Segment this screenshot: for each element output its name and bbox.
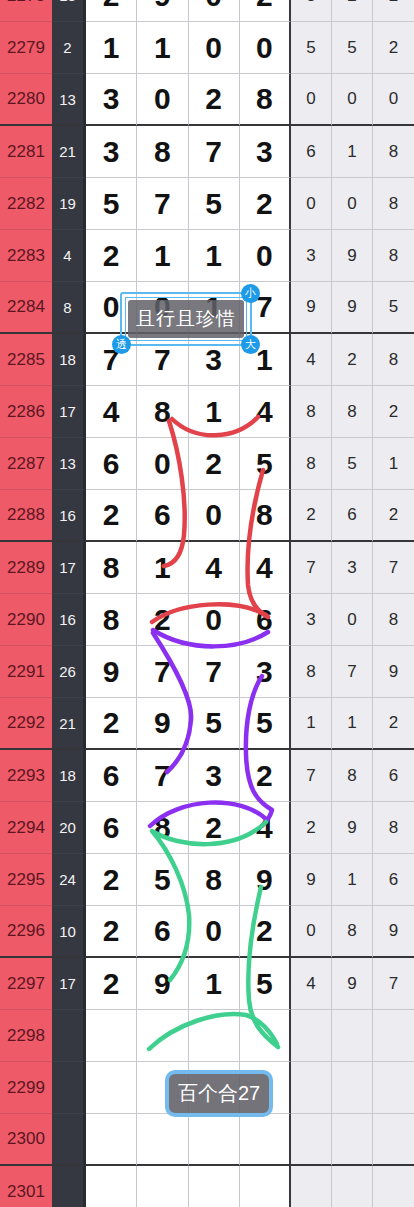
drawn-digit-cell: 3 [86, 126, 137, 178]
reference-digit-cell: 8 [332, 386, 373, 438]
row-2297: 2297172915497 [0, 958, 414, 1010]
reference-digit-cell: 2 [291, 802, 332, 854]
drawn-digit-cell [240, 1114, 291, 1166]
reference-digit-cell: 2 [291, 490, 332, 542]
drawn-digit-cell: 4 [240, 802, 291, 854]
drawn-digit-cell [189, 1010, 240, 1062]
reference-digit-cell [373, 1010, 414, 1062]
row-2283: 228342110398 [0, 230, 414, 282]
reference-digit-cell: 5 [291, 0, 332, 22]
issue-cell: 2296 [0, 906, 52, 958]
drawn-digit-cell: 3 [86, 74, 137, 126]
row-2279: 227921100552 [0, 22, 414, 74]
shrink-handle[interactable]: 小 [241, 284, 260, 303]
issue-cell: 2279 [0, 22, 52, 74]
drawn-digit-cell: 0 [240, 22, 291, 74]
sum-cell: 18 [52, 750, 86, 802]
reference-digit-cell: 4 [291, 958, 332, 1010]
sum-cell: 17 [52, 542, 86, 594]
drawn-digit-cell: 3 [189, 750, 240, 802]
row-2281: 2281213873618 [0, 126, 414, 178]
reference-digit-cell: 8 [291, 438, 332, 490]
drawn-digit-cell: 2 [240, 0, 291, 22]
reference-digit-cell: 2 [373, 0, 414, 22]
reference-digit-cell: 0 [332, 178, 373, 230]
drawn-digit-cell: 2 [240, 906, 291, 958]
row-2293: 2293186732786 [0, 750, 414, 802]
drawn-digit-cell: 6 [86, 438, 137, 490]
row-2294: 2294206824298 [0, 802, 414, 854]
sum-cell: 2 [52, 22, 86, 74]
drawn-digit-cell: 8 [240, 74, 291, 126]
reference-digit-cell: 8 [373, 230, 414, 282]
drawn-digit-cell: 1 [189, 230, 240, 282]
drawn-digit-cell: 2 [86, 0, 137, 22]
drawn-digit-cell: 0 [189, 490, 240, 542]
row-2298: 2298 [0, 1010, 414, 1062]
reference-digit-cell: 2 [373, 490, 414, 542]
reference-digit-cell: 9 [373, 906, 414, 958]
row-2296: 2296102602089 [0, 906, 414, 958]
drawn-digit-cell: 2 [240, 178, 291, 230]
issue-cell: 2285 [0, 334, 52, 386]
sum-cell: 13 [52, 74, 86, 126]
reference-digit-cell: 4 [291, 334, 332, 386]
drawn-digit-cell: 7 [189, 126, 240, 178]
issue-cell: 2294 [0, 802, 52, 854]
drawn-digit-cell: 9 [240, 854, 291, 906]
sum-cell: 4 [52, 230, 86, 282]
reference-digit-cell: 1 [332, 854, 373, 906]
reference-digit-cell [332, 1166, 373, 1207]
reference-digit-cell: 1 [373, 438, 414, 490]
issue-cell: 2292 [0, 698, 52, 750]
drawn-digit-cell: 0 [240, 230, 291, 282]
drawn-digit-cell: 5 [86, 178, 137, 230]
drawn-digit-cell: 3 [240, 126, 291, 178]
reference-digit-cell: 8 [332, 750, 373, 802]
reference-digit-cell [373, 1114, 414, 1166]
reference-digit-cell: 9 [332, 802, 373, 854]
row-2288: 2288162608262 [0, 490, 414, 542]
row-2282: 2282195752008 [0, 178, 414, 230]
drawn-digit-cell: 1 [137, 230, 188, 282]
reference-digit-cell: 5 [373, 282, 414, 334]
annotation-label-selected[interactable]: 且行且珍惜 小 透 大 [120, 292, 252, 346]
issue-cell: 2300 [0, 1114, 52, 1166]
row-2286: 2286174814882 [0, 386, 414, 438]
sum-cell: 10 [52, 906, 86, 958]
drawn-digit-cell [137, 1114, 188, 1166]
issue-cell: 2291 [0, 646, 52, 698]
reference-digit-cell: 0 [291, 178, 332, 230]
annotation-label-2[interactable]: 百个合27 [165, 1070, 273, 1117]
reference-digit-cell: 6 [373, 854, 414, 906]
sum-cell [52, 1114, 86, 1166]
drawn-digit-cell: 2 [86, 698, 137, 750]
reference-digit-cell [291, 1062, 332, 1114]
sum-cell: 8 [52, 282, 86, 334]
reference-digit-cell: 0 [332, 594, 373, 646]
drawn-digit-cell: 9 [137, 0, 188, 22]
issue-cell: 2297 [0, 958, 52, 1010]
drawn-digit-cell: 2 [86, 958, 137, 1010]
reference-digit-cell: 7 [332, 646, 373, 698]
drawn-digit-cell: 2 [240, 750, 291, 802]
issue-cell: 2278 [0, 0, 52, 22]
reference-digit-cell: 7 [291, 542, 332, 594]
reference-digit-cell: 9 [332, 230, 373, 282]
sum-cell: 20 [52, 802, 86, 854]
sum-cell [52, 1166, 86, 1207]
drawn-digit-cell: 0 [189, 22, 240, 74]
issue-cell: 2288 [0, 490, 52, 542]
row-2287: 2287136025851 [0, 438, 414, 490]
reference-digit-cell: 2 [373, 386, 414, 438]
issue-cell: 2290 [0, 594, 52, 646]
reference-digit-cell [373, 1062, 414, 1114]
reference-digit-cell: 2 [332, 334, 373, 386]
row-2300: 2300 [0, 1114, 414, 1166]
reference-digit-cell: 2 [373, 22, 414, 74]
drawn-digit-cell: 6 [137, 906, 188, 958]
reference-digit-cell: 9 [373, 646, 414, 698]
drawn-digit-cell: 8 [86, 542, 137, 594]
sum-cell: 13 [52, 438, 86, 490]
drawn-digit-cell [137, 1010, 188, 1062]
reference-digit-cell: 6 [332, 490, 373, 542]
reference-digit-cell [332, 1062, 373, 1114]
sum-cell: 17 [52, 958, 86, 1010]
transparency-handle[interactable]: 透 [112, 335, 131, 354]
drawn-digit-cell: 9 [137, 698, 188, 750]
drawn-digit-cell [240, 1010, 291, 1062]
drawn-digit-cell: 7 [189, 646, 240, 698]
reference-digit-cell: 0 [291, 74, 332, 126]
drawn-digit-cell: 0 [189, 906, 240, 958]
issue-cell: 2298 [0, 1010, 52, 1062]
drawn-digit-cell [189, 1166, 240, 1207]
issue-cell: 2281 [0, 126, 52, 178]
reference-digit-cell: 9 [332, 282, 373, 334]
reference-digit-cell [291, 1114, 332, 1166]
sum-cell: 19 [52, 178, 86, 230]
drawn-digit-cell: 9 [137, 958, 188, 1010]
drawn-digit-cell: 1 [189, 958, 240, 1010]
drawn-digit-cell [86, 1114, 137, 1166]
issue-cell: 2299 [0, 1062, 52, 1114]
drawn-digit-cell [240, 1166, 291, 1207]
issue-cell: 2293 [0, 750, 52, 802]
reference-digit-cell: 8 [332, 906, 373, 958]
drawn-digit-cell [86, 1010, 137, 1062]
reference-digit-cell: 5 [332, 438, 373, 490]
issue-cell: 2283 [0, 230, 52, 282]
drawn-digit-cell: 0 [189, 594, 240, 646]
reference-digit-cell: 7 [291, 750, 332, 802]
drawn-digit-cell: 4 [86, 386, 137, 438]
reference-digit-cell: 2 [373, 698, 414, 750]
reference-digit-cell: 8 [373, 594, 414, 646]
reference-digit-cell: 2 [332, 0, 373, 22]
lottery-trend-chart: 2278132902522227921100552228013302800022… [0, 0, 414, 1207]
reference-digit-cell [291, 1166, 332, 1207]
drawn-digit-cell: 4 [189, 542, 240, 594]
row-2292: 2292212955112 [0, 698, 414, 750]
drawn-digit-cell: 2 [86, 906, 137, 958]
issue-cell: 2282 [0, 178, 52, 230]
drawn-digit-cell: 2 [189, 438, 240, 490]
sum-cell: 16 [52, 490, 86, 542]
reference-digit-cell: 7 [373, 542, 414, 594]
drawn-digit-cell: 1 [137, 542, 188, 594]
reference-digit-cell: 1 [332, 126, 373, 178]
drawn-digit-cell: 5 [137, 854, 188, 906]
drawn-digit-cell: 1 [189, 386, 240, 438]
issue-cell: 2289 [0, 542, 52, 594]
drawn-digit-cell: 8 [189, 854, 240, 906]
drawn-digit-cell: 2 [189, 74, 240, 126]
reference-digit-cell: 5 [332, 22, 373, 74]
drawn-digit-cell: 3 [240, 646, 291, 698]
sum-cell: 26 [52, 646, 86, 698]
reference-digit-cell [332, 1010, 373, 1062]
drawn-digit-cell: 6 [86, 802, 137, 854]
reference-digit-cell: 1 [291, 698, 332, 750]
sum-cell: 21 [52, 698, 86, 750]
reference-digit-cell: 9 [332, 958, 373, 1010]
grid-rows: 2278132902522227921100552228013302800022… [0, 0, 414, 1207]
drawn-digit-cell: 5 [240, 958, 291, 1010]
drawn-digit-cell: 0 [137, 438, 188, 490]
reference-digit-cell: 0 [332, 74, 373, 126]
drawn-digit-cell: 6 [86, 750, 137, 802]
drawn-digit-cell: 6 [240, 594, 291, 646]
drawn-digit-cell: 8 [137, 386, 188, 438]
reference-digit-cell: 8 [373, 126, 414, 178]
drawn-digit-cell [86, 1062, 137, 1114]
drawn-digit-cell: 6 [137, 490, 188, 542]
reference-digit-cell: 6 [373, 750, 414, 802]
drawn-digit-cell: 2 [86, 854, 137, 906]
row-2301: 2301 [0, 1166, 414, 1207]
row-2295: 2295242589916 [0, 854, 414, 906]
issue-cell: 2286 [0, 386, 52, 438]
row-2291: 2291269773879 [0, 646, 414, 698]
issue-cell: 2287 [0, 438, 52, 490]
reference-digit-cell: 6 [291, 126, 332, 178]
row-2280: 2280133028000 [0, 74, 414, 126]
issue-cell: 2280 [0, 74, 52, 126]
reference-digit-cell: 8 [373, 178, 414, 230]
drawn-digit-cell: 7 [137, 646, 188, 698]
drawn-digit-cell: 8 [86, 594, 137, 646]
sum-cell: 18 [52, 334, 86, 386]
issue-cell: 2295 [0, 854, 52, 906]
reference-digit-cell: 3 [291, 594, 332, 646]
drawn-digit-cell: 8 [137, 802, 188, 854]
issue-cell: 2284 [0, 282, 52, 334]
reference-digit-cell: 0 [291, 906, 332, 958]
drawn-digit-cell: 4 [240, 386, 291, 438]
reference-digit-cell [373, 1166, 414, 1207]
drawn-digit-cell: 5 [189, 178, 240, 230]
reference-digit-cell: 8 [291, 646, 332, 698]
reference-digit-cell: 7 [373, 958, 414, 1010]
sum-cell: 24 [52, 854, 86, 906]
reference-digit-cell: 3 [291, 230, 332, 282]
drawn-digit-cell: 5 [189, 698, 240, 750]
enlarge-handle[interactable]: 大 [241, 335, 260, 354]
drawn-digit-cell: 0 [137, 74, 188, 126]
drawn-digit-cell: 7 [137, 750, 188, 802]
reference-digit-cell: 9 [291, 854, 332, 906]
reference-digit-cell: 8 [373, 334, 414, 386]
sum-cell: 21 [52, 126, 86, 178]
drawn-digit-cell: 1 [137, 22, 188, 74]
row-2290: 2290168206308 [0, 594, 414, 646]
drawn-digit-cell: 0 [189, 0, 240, 22]
drawn-digit-cell [137, 1166, 188, 1207]
drawn-digit-cell: 2 [86, 490, 137, 542]
reference-digit-cell: 0 [373, 74, 414, 126]
sum-cell [52, 1062, 86, 1114]
drawn-digit-cell: 5 [240, 698, 291, 750]
reference-digit-cell: 3 [332, 542, 373, 594]
reference-digit-cell: 1 [332, 698, 373, 750]
drawn-digit-cell: 2 [137, 594, 188, 646]
reference-digit-cell: 8 [373, 802, 414, 854]
reference-digit-cell: 8 [291, 386, 332, 438]
drawn-digit-cell: 8 [137, 126, 188, 178]
drawn-digit-cell [86, 1166, 137, 1207]
annotation-label-text[interactable]: 且行且珍惜 [128, 300, 244, 338]
drawn-digit-cell: 8 [240, 490, 291, 542]
drawn-digit-cell: 4 [240, 542, 291, 594]
drawn-digit-cell: 5 [240, 438, 291, 490]
row-2278: 2278132902522 [0, 0, 414, 22]
drawn-digit-cell: 2 [189, 802, 240, 854]
sum-cell: 13 [52, 0, 86, 22]
sum-cell: 17 [52, 386, 86, 438]
row-2289: 2289178144737 [0, 542, 414, 594]
drawn-digit-cell: 9 [86, 646, 137, 698]
issue-cell: 2301 [0, 1166, 52, 1207]
drawn-digit-cell: 2 [86, 230, 137, 282]
reference-digit-cell: 5 [291, 22, 332, 74]
drawn-digit-cell: 7 [137, 178, 188, 230]
sum-cell: 16 [52, 594, 86, 646]
reference-digit-cell [332, 1114, 373, 1166]
drawn-digit-cell [189, 1114, 240, 1166]
drawn-digit-cell: 1 [86, 22, 137, 74]
sum-cell [52, 1010, 86, 1062]
reference-digit-cell [291, 1010, 332, 1062]
reference-digit-cell: 9 [291, 282, 332, 334]
